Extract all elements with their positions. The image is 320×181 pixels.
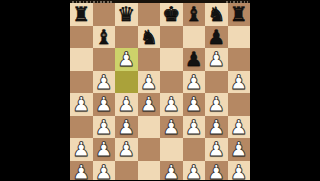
square-d4[interactable]: ♟	[138, 93, 161, 116]
black-knight: ♞	[207, 3, 225, 26]
square-b4[interactable]: ♟	[93, 93, 116, 116]
square-g2[interactable]: ♟	[205, 138, 228, 161]
chess-board: ♜♛♚♝♞♜♝♞♟♟♟♟♟♟♟♟♟♟♟♟♟♟♟♟♟♟♟♟♟♟♟♟♟♟♟♟♟♟♟♟	[70, 3, 250, 180]
white-pawn: ♟	[117, 115, 135, 138]
square-a5[interactable]	[70, 71, 93, 94]
square-g8[interactable]: ♞	[205, 3, 228, 26]
white-pawn: ♟	[207, 48, 225, 71]
square-a2[interactable]: ♟	[70, 138, 93, 161]
square-e4[interactable]: ♟	[160, 93, 183, 116]
white-pawn: ♟	[185, 93, 203, 116]
overlay-text-left-cropped	[72, 1, 112, 3]
white-pawn: ♟	[95, 93, 113, 116]
square-c8[interactable]: ♛	[115, 3, 138, 26]
square-g6[interactable]: ♟	[205, 48, 228, 71]
square-e3[interactable]: ♟	[160, 116, 183, 139]
white-pawn: ♟	[230, 70, 248, 93]
black-rook: ♜	[230, 3, 248, 26]
black-king: ♚	[162, 3, 180, 26]
black-pawn: ♟	[185, 48, 203, 71]
black-knight: ♞	[140, 25, 158, 48]
overlay-text-right-cropped	[226, 1, 248, 3]
black-bishop: ♝	[185, 3, 203, 26]
square-d8[interactable]	[138, 3, 161, 26]
video-frame: ♜♛♚♝♞♜♝♞♟♟♟♟♟♟♟♟♟♟♟♟♟♟♟♟♟♟♟♟♟♟♟♟♟♟♟♟♟♟♟♟	[0, 0, 320, 180]
square-d2[interactable]	[138, 138, 161, 161]
square-e8[interactable]: ♚	[160, 3, 183, 26]
square-b7[interactable]: ♝	[93, 26, 116, 49]
white-pawn: ♟	[95, 70, 113, 93]
square-g5[interactable]	[205, 71, 228, 94]
square-h1[interactable]: ♟	[228, 161, 251, 181]
white-pawn: ♟	[162, 115, 180, 138]
black-pawn: ♟	[207, 25, 225, 48]
square-d1[interactable]	[138, 161, 161, 181]
square-b2[interactable]: ♟	[93, 138, 116, 161]
white-pawn: ♟	[72, 93, 90, 116]
white-pawn: ♟	[72, 138, 90, 161]
square-f5[interactable]: ♟	[183, 71, 206, 94]
overlay-bar-cropped	[70, 0, 250, 3]
square-g4[interactable]: ♟	[205, 93, 228, 116]
square-c3[interactable]: ♟	[115, 116, 138, 139]
square-h5[interactable]: ♟	[228, 71, 251, 94]
square-a3[interactable]	[70, 116, 93, 139]
letterbox-right	[250, 0, 320, 180]
square-c4[interactable]: ♟	[115, 93, 138, 116]
square-e7[interactable]	[160, 26, 183, 49]
square-d7[interactable]: ♞	[138, 26, 161, 49]
square-d3[interactable]	[138, 116, 161, 139]
white-pawn: ♟	[95, 138, 113, 161]
square-a4[interactable]: ♟	[70, 93, 93, 116]
square-b5[interactable]: ♟	[93, 71, 116, 94]
square-b8[interactable]	[93, 3, 116, 26]
square-e5[interactable]	[160, 71, 183, 94]
square-c2[interactable]: ♟	[115, 138, 138, 161]
square-e2[interactable]	[160, 138, 183, 161]
white-pawn: ♟	[140, 93, 158, 116]
square-f8[interactable]: ♝	[183, 3, 206, 26]
white-pawn: ♟	[117, 138, 135, 161]
white-pawn: ♟	[185, 115, 203, 138]
square-d6[interactable]	[138, 48, 161, 71]
white-pawn: ♟	[72, 160, 90, 180]
square-a6[interactable]	[70, 48, 93, 71]
square-h7[interactable]	[228, 26, 251, 49]
white-pawn: ♟	[95, 160, 113, 180]
white-pawn: ♟	[185, 70, 203, 93]
square-a7[interactable]	[70, 26, 93, 49]
white-pawn: ♟	[162, 160, 180, 180]
square-c7[interactable]	[115, 26, 138, 49]
square-h3[interactable]: ♟	[228, 116, 251, 139]
square-h4[interactable]	[228, 93, 251, 116]
white-pawn: ♟	[95, 115, 113, 138]
square-e1[interactable]: ♟	[160, 161, 183, 181]
square-b1[interactable]: ♟	[93, 161, 116, 181]
white-pawn: ♟	[185, 160, 203, 180]
white-pawn: ♟	[207, 138, 225, 161]
square-c5[interactable]	[115, 71, 138, 94]
letterbox-left	[0, 0, 70, 180]
square-h6[interactable]	[228, 48, 251, 71]
square-g7[interactable]: ♟	[205, 26, 228, 49]
square-b3[interactable]: ♟	[93, 116, 116, 139]
white-pawn: ♟	[117, 93, 135, 116]
white-pawn: ♟	[117, 48, 135, 71]
square-d5[interactable]: ♟	[138, 71, 161, 94]
black-rook: ♜	[72, 3, 90, 26]
square-c1[interactable]	[115, 161, 138, 181]
white-pawn: ♟	[162, 93, 180, 116]
white-pawn: ♟	[230, 160, 248, 180]
square-h2[interactable]: ♟	[228, 138, 251, 161]
white-pawn: ♟	[230, 138, 248, 161]
black-queen: ♛	[117, 3, 135, 26]
square-c6[interactable]: ♟	[115, 48, 138, 71]
square-a8[interactable]: ♜	[70, 3, 93, 26]
square-a1[interactable]: ♟	[70, 161, 93, 181]
square-h8[interactable]: ♜	[228, 3, 251, 26]
square-g1[interactable]: ♟	[205, 161, 228, 181]
white-pawn: ♟	[207, 93, 225, 116]
square-f6[interactable]: ♟	[183, 48, 206, 71]
square-f1[interactable]: ♟	[183, 161, 206, 181]
square-f2[interactable]	[183, 138, 206, 161]
white-pawn: ♟	[207, 160, 225, 180]
square-b6[interactable]	[93, 48, 116, 71]
square-f7[interactable]	[183, 26, 206, 49]
square-f3[interactable]: ♟	[183, 116, 206, 139]
square-e6[interactable]	[160, 48, 183, 71]
white-pawn: ♟	[207, 115, 225, 138]
square-g3[interactable]: ♟	[205, 116, 228, 139]
black-bishop: ♝	[95, 25, 113, 48]
white-pawn: ♟	[140, 70, 158, 93]
white-pawn: ♟	[230, 115, 248, 138]
square-f4[interactable]: ♟	[183, 93, 206, 116]
